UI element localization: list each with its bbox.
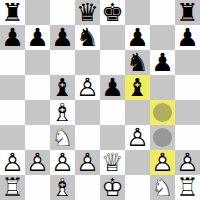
square-f5[interactable]: ♝ — [125, 75, 150, 100]
square-h6[interactable] — [175, 50, 200, 75]
square-h8[interactable]: ♜ — [175, 0, 200, 25]
square-a4[interactable] — [0, 100, 25, 125]
white-piece-fill: ♟ — [25, 150, 50, 175]
square-f2[interactable] — [125, 150, 150, 175]
white-pawn-d2: ♙ — [75, 150, 100, 175]
square-g5[interactable] — [150, 75, 175, 100]
square-a3[interactable] — [0, 125, 25, 150]
black-pawn-h7: ♟ — [175, 25, 200, 50]
white-pawn-b2: ♙ — [25, 150, 50, 175]
square-b1[interactable] — [25, 175, 50, 200]
square-a6[interactable] — [0, 50, 25, 75]
square-g8[interactable] — [150, 0, 175, 25]
square-b7[interactable]: ♟ — [25, 25, 50, 50]
white-rook-a1: ♖ — [0, 175, 25, 200]
black-pawn-a7: ♟ — [0, 25, 25, 50]
square-d1[interactable] — [75, 175, 100, 200]
square-e8[interactable]: ♚ — [100, 0, 125, 25]
white-knight-c3: ♘ — [50, 125, 75, 150]
white-piece-fill: ♟ — [175, 150, 200, 175]
black-pawn-f7: ♟ — [125, 25, 150, 50]
black-king-e8: ♚ — [100, 0, 125, 25]
white-piece-fill: ♜ — [175, 175, 200, 200]
black-knight-f6: ♞ — [125, 50, 150, 75]
square-d5[interactable]: ♟♙ — [75, 75, 100, 100]
square-b5[interactable] — [25, 75, 50, 100]
white-piece-fill: ♟ — [50, 150, 75, 175]
white-piece-fill: ♟ — [150, 150, 175, 175]
square-f3[interactable]: ♟♙ — [125, 125, 150, 150]
white-pawn-g2: ♙ — [150, 150, 175, 175]
white-piece-fill: ♛ — [100, 150, 125, 175]
square-b4[interactable] — [25, 100, 50, 125]
square-f8[interactable] — [125, 0, 150, 25]
chess-board: ♜♛♚♜♟♟♟♞♟♟♞♟♝♟♙♟♝♝♗♞♘♟♙♟♙♟♙♟♙♟♙♛♕♟♙♟♙♜♖♝… — [0, 0, 200, 200]
square-c2[interactable]: ♟♙ — [50, 150, 75, 175]
white-piece-fill: ♞ — [50, 125, 75, 150]
white-piece-fill: ♟ — [0, 150, 25, 175]
white-pawn-a2: ♙ — [0, 150, 25, 175]
square-g6[interactable]: ♟ — [150, 50, 175, 75]
square-e3[interactable] — [100, 125, 125, 150]
square-c1[interactable]: ♝♗ — [50, 175, 75, 200]
square-g1[interactable]: ♞♘ — [150, 175, 175, 200]
square-e4[interactable] — [100, 100, 125, 125]
square-d7[interactable]: ♞ — [75, 25, 100, 50]
square-c6[interactable] — [50, 50, 75, 75]
square-e6[interactable] — [100, 50, 125, 75]
white-piece-fill: ♝ — [50, 175, 75, 200]
square-c5[interactable]: ♝ — [50, 75, 75, 100]
legal-move-dot-g3[interactable] — [153, 128, 172, 147]
white-bishop-c1: ♗ — [50, 175, 75, 200]
square-b3[interactable] — [25, 125, 50, 150]
white-pawn-c2: ♙ — [50, 150, 75, 175]
black-rook-a8: ♜ — [0, 0, 25, 25]
square-d2[interactable]: ♟♙ — [75, 150, 100, 175]
square-d8[interactable]: ♛ — [75, 0, 100, 25]
square-g3[interactable] — [150, 125, 175, 150]
square-e2[interactable]: ♛♕ — [100, 150, 125, 175]
square-e7[interactable] — [100, 25, 125, 50]
white-pawn-d5: ♙ — [75, 75, 100, 100]
square-e5[interactable]: ♟ — [100, 75, 125, 100]
white-piece-fill: ♟ — [125, 125, 150, 150]
square-e1[interactable]: ♚♔ — [100, 175, 125, 200]
white-knight-g1: ♘ — [150, 175, 175, 200]
square-d6[interactable] — [75, 50, 100, 75]
square-a2[interactable]: ♟♙ — [0, 150, 25, 175]
white-pawn-f3: ♙ — [125, 125, 150, 150]
square-d3[interactable] — [75, 125, 100, 150]
square-a8[interactable]: ♜ — [0, 0, 25, 25]
black-pawn-g6: ♟ — [150, 50, 175, 75]
square-f7[interactable]: ♟ — [125, 25, 150, 50]
square-f4[interactable] — [125, 100, 150, 125]
square-c4[interactable]: ♝♗ — [50, 100, 75, 125]
square-h3[interactable] — [175, 125, 200, 150]
black-rook-h8: ♜ — [175, 0, 200, 25]
square-f1[interactable] — [125, 175, 150, 200]
white-king-e1: ♔ — [100, 175, 125, 200]
square-c3[interactable]: ♞♘ — [50, 125, 75, 150]
square-h7[interactable]: ♟ — [175, 25, 200, 50]
white-piece-fill: ♜ — [0, 175, 25, 200]
black-queen-d8: ♛ — [75, 0, 100, 25]
white-piece-fill: ♞ — [150, 175, 175, 200]
black-pawn-b7: ♟ — [25, 25, 50, 50]
white-piece-fill: ♚ — [100, 175, 125, 200]
white-piece-fill: ♝ — [50, 100, 75, 125]
square-g4[interactable] — [150, 100, 175, 125]
white-bishop-c4: ♗ — [50, 100, 75, 125]
black-bishop-c5: ♝ — [50, 75, 75, 100]
square-b6[interactable] — [25, 50, 50, 75]
black-pawn-c7: ♟ — [50, 25, 75, 50]
square-b8[interactable] — [25, 0, 50, 25]
black-pawn-e5: ♟ — [100, 75, 125, 100]
white-piece-fill: ♟ — [75, 75, 100, 100]
square-d4[interactable] — [75, 100, 100, 125]
white-pawn-h2: ♙ — [175, 150, 200, 175]
black-knight-d7: ♞ — [75, 25, 100, 50]
square-a1[interactable]: ♜♖ — [0, 175, 25, 200]
square-a7[interactable]: ♟ — [0, 25, 25, 50]
square-g2[interactable]: ♟♙ — [150, 150, 175, 175]
square-h5[interactable] — [175, 75, 200, 100]
white-piece-fill: ♟ — [75, 150, 100, 175]
square-h1[interactable]: ♜♖ — [175, 175, 200, 200]
square-c8[interactable] — [50, 0, 75, 25]
square-a5[interactable] — [0, 75, 25, 100]
white-rook-h1: ♖ — [175, 175, 200, 200]
square-f6[interactable]: ♞ — [125, 50, 150, 75]
square-h2[interactable]: ♟♙ — [175, 150, 200, 175]
legal-move-dot-g4[interactable] — [153, 103, 172, 122]
square-g7[interactable] — [150, 25, 175, 50]
square-h4[interactable] — [175, 100, 200, 125]
black-bishop-f5: ♝ — [125, 75, 150, 100]
square-b2[interactable]: ♟♙ — [25, 150, 50, 175]
square-c7[interactable]: ♟ — [50, 25, 75, 50]
white-queen-e2: ♕ — [100, 150, 125, 175]
